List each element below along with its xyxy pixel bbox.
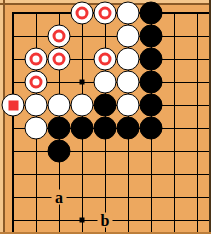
board-grid-line (12, 12, 14, 232)
circle-marked-white-stone (71, 2, 94, 25)
black-stone (48, 140, 71, 163)
white-stone (94, 71, 117, 94)
white-stone (117, 2, 140, 25)
black-stone (140, 94, 163, 117)
board-grid-line (12, 36, 209, 37)
black-stone (140, 48, 163, 71)
white-stone (71, 94, 94, 117)
black-stone (140, 117, 163, 140)
star-point (80, 218, 85, 223)
board-edge-left-shadow (3, 0, 5, 234)
red-circle-mark (76, 7, 89, 20)
board-grid-line (12, 174, 209, 175)
black-stone (94, 117, 117, 140)
red-circle-mark (30, 76, 43, 89)
black-stone (117, 117, 140, 140)
circle-marked-white-stone (48, 25, 71, 48)
white-stone (25, 117, 48, 140)
red-circle-mark (30, 53, 43, 66)
point-label-b[interactable]: b (98, 213, 113, 228)
board-grid-line (12, 197, 209, 198)
board-edge-right-shadow (209, 0, 211, 234)
white-stone (117, 48, 140, 71)
red-circle-mark (99, 53, 112, 66)
red-square-mark (8, 100, 18, 110)
black-stone (140, 25, 163, 48)
go-board: ab (0, 0, 211, 234)
board-edge-bottom-shadow (0, 232, 211, 234)
circle-marked-white-stone (25, 71, 48, 94)
point-label-a[interactable]: a (52, 190, 67, 205)
star-point (80, 80, 85, 85)
white-stone (117, 94, 140, 117)
black-stone (71, 117, 94, 140)
circle-marked-white-stone (94, 48, 117, 71)
white-stone (117, 25, 140, 48)
black-stone (94, 94, 117, 117)
white-stone (117, 71, 140, 94)
board-grid-line (12, 151, 209, 152)
circle-marked-white-stone (25, 48, 48, 71)
white-stone (25, 94, 48, 117)
board-grid-line (174, 12, 175, 232)
red-circle-mark (53, 53, 66, 66)
board-grid-line (197, 12, 198, 232)
red-circle-mark (53, 30, 66, 43)
circle-marked-white-stone (94, 2, 117, 25)
black-stone (140, 2, 163, 25)
square-marked-white-stone (2, 94, 25, 117)
black-stone (140, 71, 163, 94)
red-circle-mark (99, 7, 112, 20)
white-stone (48, 94, 71, 117)
circle-marked-white-stone (48, 48, 71, 71)
black-stone (48, 117, 71, 140)
